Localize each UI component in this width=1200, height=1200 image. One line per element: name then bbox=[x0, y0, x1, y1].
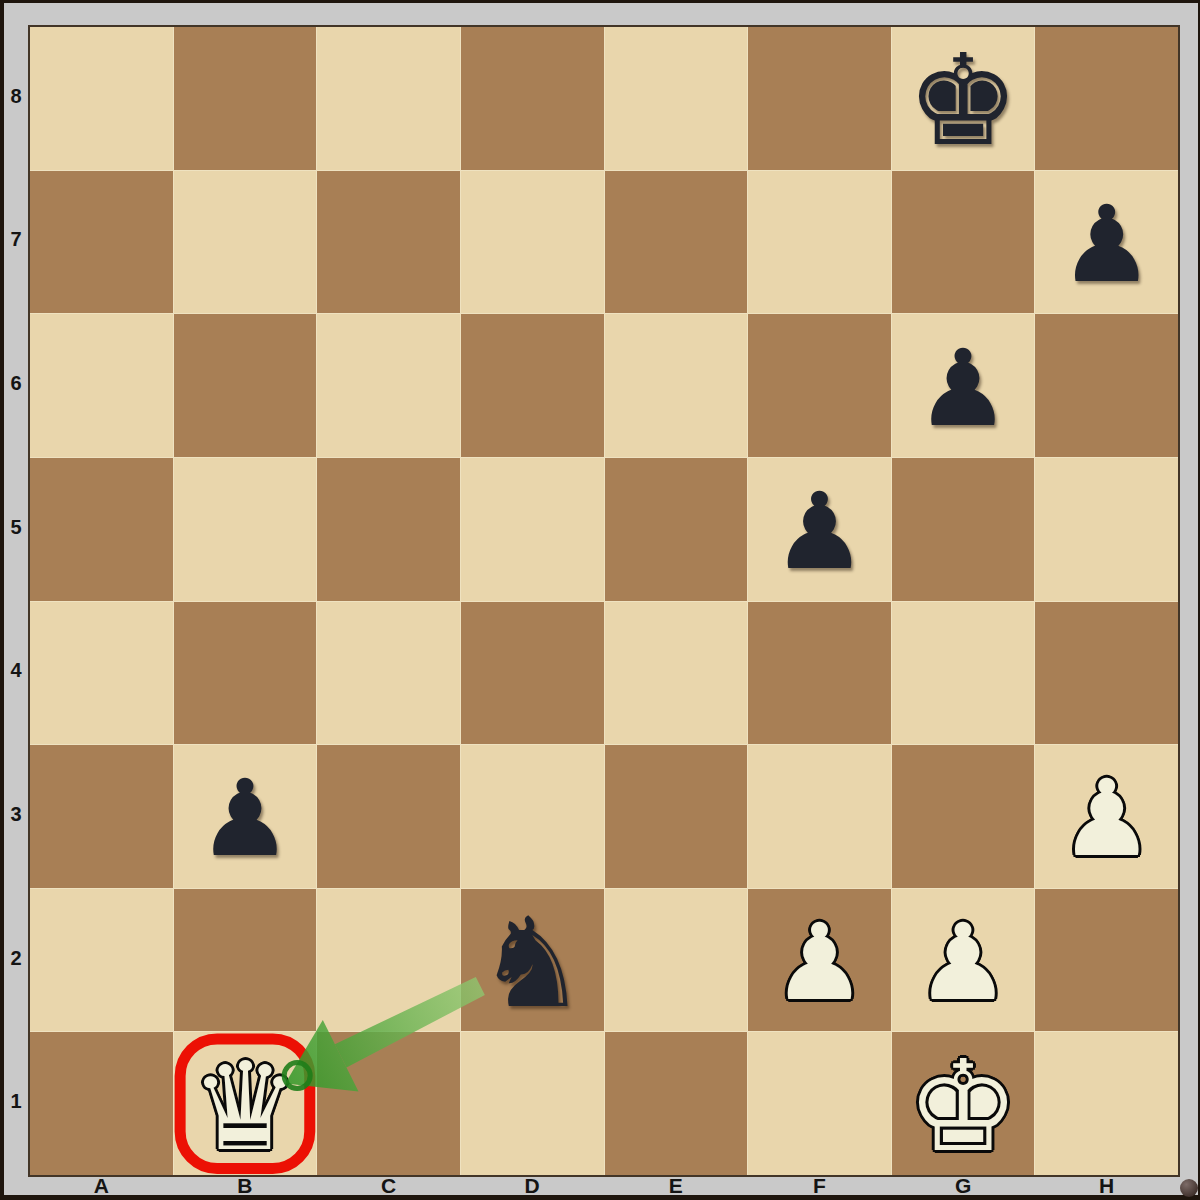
black-pawn[interactable]: ♟ bbox=[916, 336, 1011, 442]
square-f4[interactable] bbox=[748, 602, 891, 745]
black-king[interactable]: ♚ bbox=[907, 38, 1020, 164]
square-e2[interactable] bbox=[605, 889, 748, 1032]
square-d3[interactable] bbox=[461, 745, 604, 888]
square-h2[interactable] bbox=[1035, 889, 1178, 1032]
square-g1[interactable]: ♚ bbox=[892, 1032, 1035, 1175]
file-label-G: G bbox=[892, 1177, 1035, 1195]
file-label-H: H bbox=[1035, 1177, 1178, 1195]
square-c6[interactable] bbox=[317, 314, 460, 457]
square-a1[interactable] bbox=[30, 1032, 173, 1175]
square-h8[interactable] bbox=[1035, 27, 1178, 170]
square-c5[interactable] bbox=[317, 458, 460, 601]
rank-label-8: 8 bbox=[4, 25, 28, 168]
square-b8[interactable] bbox=[174, 27, 317, 170]
corner-dot bbox=[1180, 1179, 1198, 1197]
square-b7[interactable] bbox=[174, 171, 317, 314]
white-queen[interactable]: ♛ bbox=[190, 1046, 299, 1168]
square-b1[interactable]: ♛ bbox=[174, 1032, 317, 1175]
square-c3[interactable] bbox=[317, 745, 460, 888]
square-g5[interactable] bbox=[892, 458, 1035, 601]
square-h5[interactable] bbox=[1035, 458, 1178, 601]
square-f7[interactable] bbox=[748, 171, 891, 314]
square-a3[interactable] bbox=[30, 745, 173, 888]
square-a8[interactable] bbox=[30, 27, 173, 170]
square-a7[interactable] bbox=[30, 171, 173, 314]
square-h3[interactable]: ♟ bbox=[1035, 745, 1178, 888]
square-h6[interactable] bbox=[1035, 314, 1178, 457]
square-d4[interactable] bbox=[461, 602, 604, 745]
black-pawn[interactable]: ♟ bbox=[197, 766, 292, 872]
square-g6[interactable]: ♟ bbox=[892, 314, 1035, 457]
square-g8[interactable]: ♚ bbox=[892, 27, 1035, 170]
rank-label-4: 4 bbox=[4, 600, 28, 743]
square-f2[interactable]: ♟ bbox=[748, 889, 891, 1032]
square-f1[interactable] bbox=[748, 1032, 891, 1175]
square-e8[interactable] bbox=[605, 27, 748, 170]
white-pawn[interactable]: ♟ bbox=[1059, 766, 1154, 872]
file-label-E: E bbox=[605, 1177, 748, 1195]
black-pawn[interactable]: ♟ bbox=[772, 479, 867, 585]
square-c1[interactable] bbox=[317, 1032, 460, 1175]
square-d8[interactable] bbox=[461, 27, 604, 170]
square-c4[interactable] bbox=[317, 602, 460, 745]
square-e6[interactable] bbox=[605, 314, 748, 457]
file-label-A: A bbox=[30, 1177, 173, 1195]
rank-label-7: 7 bbox=[4, 169, 28, 312]
square-f3[interactable] bbox=[748, 745, 891, 888]
file-label-F: F bbox=[748, 1177, 891, 1195]
file-label-D: D bbox=[461, 1177, 604, 1195]
rank-label-6: 6 bbox=[4, 312, 28, 455]
square-h4[interactable] bbox=[1035, 602, 1178, 745]
square-a2[interactable] bbox=[30, 889, 173, 1032]
black-pawn[interactable]: ♟ bbox=[1059, 192, 1154, 298]
square-b4[interactable] bbox=[174, 602, 317, 745]
black-knight[interactable]: ♞ bbox=[477, 901, 588, 1025]
square-h1[interactable] bbox=[1035, 1032, 1178, 1175]
square-f8[interactable] bbox=[748, 27, 891, 170]
square-a6[interactable] bbox=[30, 314, 173, 457]
board-frame: ♚♟♟♟♟♟♞♟♟♛♚ 87654321 ABCDEFGH bbox=[4, 3, 1198, 1195]
square-d1[interactable] bbox=[461, 1032, 604, 1175]
board-grid: ♚♟♟♟♟♟♞♟♟♛♚ bbox=[30, 27, 1178, 1175]
square-c7[interactable] bbox=[317, 171, 460, 314]
file-label-B: B bbox=[174, 1177, 317, 1195]
file-label-C: C bbox=[317, 1177, 460, 1195]
rank-label-3: 3 bbox=[4, 743, 28, 886]
chess-board: ♚♟♟♟♟♟♞♟♟♛♚ bbox=[28, 25, 1180, 1177]
square-c2[interactable] bbox=[317, 889, 460, 1032]
rank-label-2: 2 bbox=[4, 887, 28, 1030]
square-d2[interactable]: ♞ bbox=[461, 889, 604, 1032]
square-d7[interactable] bbox=[461, 171, 604, 314]
square-e1[interactable] bbox=[605, 1032, 748, 1175]
square-b6[interactable] bbox=[174, 314, 317, 457]
square-e5[interactable] bbox=[605, 458, 748, 601]
square-e4[interactable] bbox=[605, 602, 748, 745]
rank-label-5: 5 bbox=[4, 456, 28, 599]
white-pawn[interactable]: ♟ bbox=[916, 910, 1011, 1016]
rank-label-1: 1 bbox=[4, 1030, 28, 1173]
square-h7[interactable]: ♟ bbox=[1035, 171, 1178, 314]
square-b2[interactable] bbox=[174, 889, 317, 1032]
square-c8[interactable] bbox=[317, 27, 460, 170]
square-g2[interactable]: ♟ bbox=[892, 889, 1035, 1032]
square-e3[interactable] bbox=[605, 745, 748, 888]
white-king[interactable]: ♚ bbox=[907, 1044, 1020, 1170]
square-f6[interactable] bbox=[748, 314, 891, 457]
square-g7[interactable] bbox=[892, 171, 1035, 314]
square-b5[interactable] bbox=[174, 458, 317, 601]
white-pawn[interactable]: ♟ bbox=[772, 910, 867, 1016]
square-f5[interactable]: ♟ bbox=[748, 458, 891, 601]
square-d6[interactable] bbox=[461, 314, 604, 457]
square-e7[interactable] bbox=[605, 171, 748, 314]
square-g4[interactable] bbox=[892, 602, 1035, 745]
square-d5[interactable] bbox=[461, 458, 604, 601]
square-g3[interactable] bbox=[892, 745, 1035, 888]
square-b3[interactable]: ♟ bbox=[174, 745, 317, 888]
square-a5[interactable] bbox=[30, 458, 173, 601]
square-a4[interactable] bbox=[30, 602, 173, 745]
